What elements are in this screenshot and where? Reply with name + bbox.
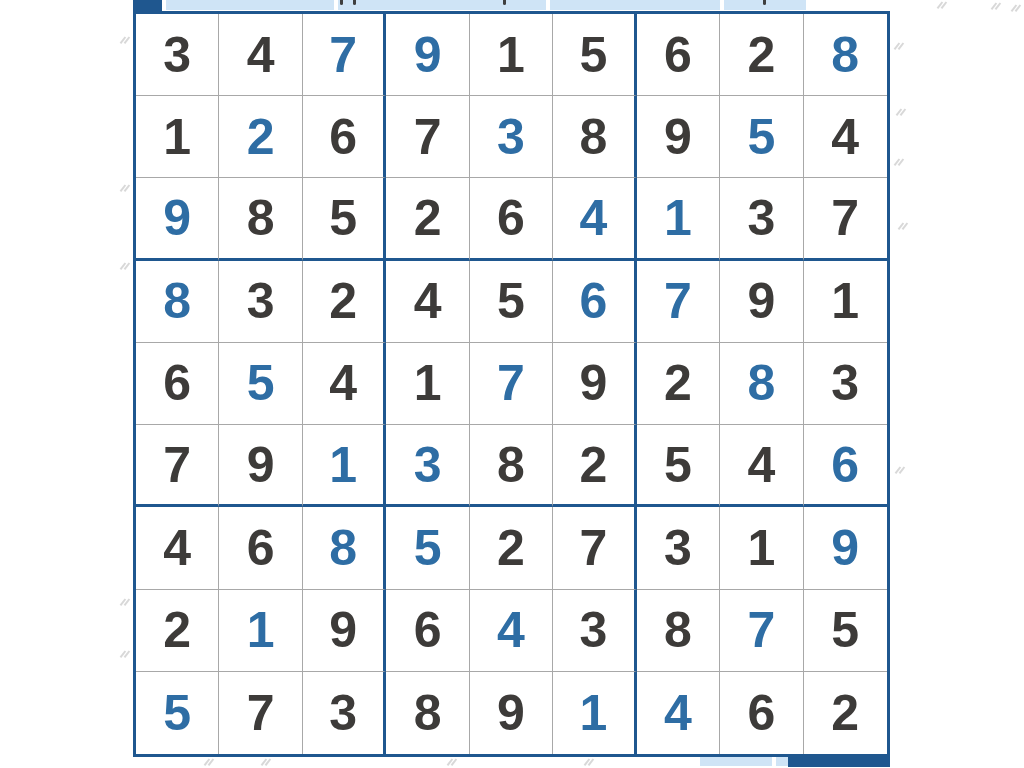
bottom-tab-2[interactable] xyxy=(776,757,788,766)
cell-r5c1[interactable]: 6 xyxy=(136,343,219,425)
bottom-tab-1[interactable] xyxy=(700,757,772,766)
cell-r5c3[interactable]: 4 xyxy=(303,343,386,425)
cell-r1c5[interactable]: 1 xyxy=(470,14,553,96)
cell-r4c5[interactable]: 5 xyxy=(470,261,553,343)
cell-r4c7[interactable]: 7 xyxy=(637,261,720,343)
cell-r7c6[interactable]: 7 xyxy=(553,507,636,589)
cell-r2c8[interactable]: 5 xyxy=(720,96,803,178)
cell-r5c7[interactable]: 2 xyxy=(637,343,720,425)
cell-r6c5[interactable]: 8 xyxy=(470,425,553,507)
cell-r8c4[interactable]: 6 xyxy=(386,590,469,672)
background-artifact xyxy=(895,42,904,51)
cutoff-text-mark xyxy=(340,0,343,5)
cell-r5c9[interactable]: 3 xyxy=(804,343,887,425)
background-artifact xyxy=(896,466,905,475)
cell-r8c2[interactable]: 1 xyxy=(219,590,302,672)
top-tab-1[interactable] xyxy=(166,0,334,10)
background-artifact xyxy=(121,36,130,45)
background-artifact xyxy=(897,108,906,117)
cell-r8c7[interactable]: 8 xyxy=(637,590,720,672)
cell-r7c4[interactable]: 5 xyxy=(386,507,469,589)
cell-r7c5[interactable]: 2 xyxy=(470,507,553,589)
background-artifact xyxy=(121,262,130,271)
cell-r6c1[interactable]: 7 xyxy=(136,425,219,507)
cell-r3c7[interactable]: 1 xyxy=(637,178,720,260)
cell-r1c1[interactable]: 3 xyxy=(136,14,219,96)
cell-r6c3[interactable]: 1 xyxy=(303,425,386,507)
cell-r4c8[interactable]: 9 xyxy=(720,261,803,343)
cell-r1c8[interactable]: 2 xyxy=(720,14,803,96)
cutoff-text-mark xyxy=(503,0,506,5)
cell-r2c2[interactable]: 2 xyxy=(219,96,302,178)
cell-r3c6[interactable]: 4 xyxy=(553,178,636,260)
cell-r9c3[interactable]: 3 xyxy=(303,672,386,754)
cell-r7c2[interactable]: 6 xyxy=(219,507,302,589)
background-artifact xyxy=(992,2,1001,11)
cell-r2c9[interactable]: 4 xyxy=(804,96,887,178)
sudoku-board: 3479156281267389549852641378324567916541… xyxy=(133,11,890,757)
cell-r3c4[interactable]: 2 xyxy=(386,178,469,260)
cell-r1c7[interactable]: 6 xyxy=(637,14,720,96)
cell-r9c6[interactable]: 1 xyxy=(553,672,636,754)
background-artifact xyxy=(585,758,594,767)
cell-r2c7[interactable]: 9 xyxy=(637,96,720,178)
cell-r6c8[interactable]: 4 xyxy=(720,425,803,507)
cell-r7c9[interactable]: 9 xyxy=(804,507,887,589)
top-tab-active[interactable] xyxy=(133,0,162,11)
cell-r2c5[interactable]: 3 xyxy=(470,96,553,178)
cell-r6c6[interactable]: 2 xyxy=(553,425,636,507)
cell-r4c4[interactable]: 4 xyxy=(386,261,469,343)
cell-r6c7[interactable]: 5 xyxy=(637,425,720,507)
cell-r9c4[interactable]: 8 xyxy=(386,672,469,754)
cell-r3c2[interactable]: 8 xyxy=(219,178,302,260)
cell-r9c2[interactable]: 7 xyxy=(219,672,302,754)
cell-r2c4[interactable]: 7 xyxy=(386,96,469,178)
cell-r1c6[interactable]: 5 xyxy=(553,14,636,96)
cell-r9c7[interactable]: 4 xyxy=(637,672,720,754)
cell-r2c6[interactable]: 8 xyxy=(553,96,636,178)
background-artifact xyxy=(938,1,947,10)
cell-r2c3[interactable]: 6 xyxy=(303,96,386,178)
cell-r3c1[interactable]: 9 xyxy=(136,178,219,260)
cell-r9c8[interactable]: 6 xyxy=(720,672,803,754)
cell-r1c4[interactable]: 9 xyxy=(386,14,469,96)
cell-r9c5[interactable]: 9 xyxy=(470,672,553,754)
background-artifact xyxy=(1012,4,1021,13)
cell-r4c2[interactable]: 3 xyxy=(219,261,302,343)
background-artifact xyxy=(262,758,271,767)
cell-r8c8[interactable]: 7 xyxy=(720,590,803,672)
cell-r5c5[interactable]: 7 xyxy=(470,343,553,425)
cell-r8c3[interactable]: 9 xyxy=(303,590,386,672)
background-artifact xyxy=(205,758,214,767)
cell-r2c1[interactable]: 1 xyxy=(136,96,219,178)
cell-r6c2[interactable]: 9 xyxy=(219,425,302,507)
cell-r5c2[interactable]: 5 xyxy=(219,343,302,425)
background-artifact xyxy=(121,650,130,659)
cell-r1c2[interactable]: 4 xyxy=(219,14,302,96)
top-tab-3[interactable] xyxy=(550,0,720,10)
cell-r4c1[interactable]: 8 xyxy=(136,261,219,343)
cell-r6c9[interactable]: 6 xyxy=(804,425,887,507)
cell-r5c4[interactable]: 1 xyxy=(386,343,469,425)
cell-r7c7[interactable]: 3 xyxy=(637,507,720,589)
cell-r4c6[interactable]: 6 xyxy=(553,261,636,343)
cell-r7c3[interactable]: 8 xyxy=(303,507,386,589)
cell-r3c5[interactable]: 6 xyxy=(470,178,553,260)
cell-r3c3[interactable]: 5 xyxy=(303,178,386,260)
background-artifact xyxy=(899,222,908,231)
cell-r9c9[interactable]: 2 xyxy=(804,672,887,754)
background-artifact xyxy=(121,598,130,607)
cell-r1c9[interactable]: 8 xyxy=(804,14,887,96)
cutoff-text-mark xyxy=(353,0,356,5)
cell-r3c8[interactable]: 3 xyxy=(720,178,803,260)
cell-r8c9[interactable]: 5 xyxy=(804,590,887,672)
cell-r9c1[interactable]: 5 xyxy=(136,672,219,754)
background-artifact xyxy=(121,184,130,193)
cell-r3c9[interactable]: 7 xyxy=(804,178,887,260)
cell-r8c1[interactable]: 2 xyxy=(136,590,219,672)
cell-r7c1[interactable]: 4 xyxy=(136,507,219,589)
top-tab-2[interactable] xyxy=(338,0,546,10)
cell-r5c6[interactable]: 9 xyxy=(553,343,636,425)
cell-r4c9[interactable]: 1 xyxy=(804,261,887,343)
cell-r8c6[interactable]: 3 xyxy=(553,590,636,672)
bottom-tab-active[interactable] xyxy=(788,756,890,767)
cell-r4c3[interactable]: 2 xyxy=(303,261,386,343)
cutoff-text-mark xyxy=(763,0,766,5)
cell-r1c3[interactable]: 7 xyxy=(303,14,386,96)
cell-r8c5[interactable]: 4 xyxy=(470,590,553,672)
background-artifact xyxy=(895,158,904,167)
cell-r6c4[interactable]: 3 xyxy=(386,425,469,507)
background-artifact xyxy=(448,758,457,767)
cell-r5c8[interactable]: 8 xyxy=(720,343,803,425)
cell-r7c8[interactable]: 1 xyxy=(720,507,803,589)
